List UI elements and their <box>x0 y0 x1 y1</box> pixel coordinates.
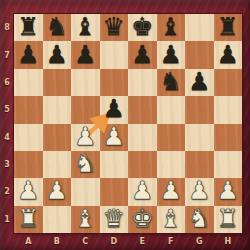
piece-white-pawn[interactable]: ♟ <box>74 124 96 149</box>
piece-black-pawn[interactable]: ♟ <box>131 42 153 67</box>
square-g4[interactable] <box>185 124 214 151</box>
square-h1[interactable]: ♜ <box>214 206 243 233</box>
piece-white-pawn[interactable]: ♟ <box>217 178 239 203</box>
square-d6[interactable] <box>100 69 129 96</box>
square-d2[interactable] <box>100 178 129 205</box>
square-a2[interactable]: ♟ <box>14 178 43 205</box>
square-h4[interactable] <box>214 124 243 151</box>
piece-white-pawn[interactable]: ♟ <box>160 178 182 203</box>
piece-black-rook[interactable]: ♜ <box>17 14 39 39</box>
square-f1[interactable]: ♝ <box>157 206 186 233</box>
file-label-d: D <box>100 233 129 250</box>
rank-label-3: 3 <box>0 151 14 178</box>
square-e2[interactable]: ♟ <box>128 178 157 205</box>
piece-white-queen[interactable]: ♛ <box>103 206 125 231</box>
square-f4[interactable] <box>157 124 186 151</box>
piece-black-knight[interactable]: ♞ <box>160 69 182 94</box>
file-label-c: C <box>71 233 100 250</box>
square-c2[interactable] <box>71 178 100 205</box>
square-a3[interactable] <box>14 151 43 178</box>
square-a8[interactable]: ♜ <box>14 14 43 41</box>
file-label-b: B <box>43 233 72 250</box>
piece-black-pawn[interactable]: ♟ <box>160 42 182 67</box>
square-b7[interactable]: ♟ <box>43 41 72 68</box>
square-e4[interactable] <box>128 124 157 151</box>
piece-black-pawn[interactable]: ♟ <box>188 69 210 94</box>
square-d1[interactable]: ♛ <box>100 206 129 233</box>
square-h2[interactable]: ♟ <box>214 178 243 205</box>
square-d5[interactable]: ♟ <box>100 96 129 123</box>
square-d7[interactable] <box>100 41 129 68</box>
square-d8[interactable]: ♛ <box>100 14 129 41</box>
piece-black-queen[interactable]: ♛ <box>103 14 125 39</box>
chess-board: ♜♞♝♛♚♝♜♟♟♟♟♟♟♞♟♟♟♟♞♟♟♟♟♟♟♜♝♛♚♝♞♜ <box>14 14 242 233</box>
square-a6[interactable] <box>14 69 43 96</box>
piece-white-rook[interactable]: ♜ <box>217 206 239 231</box>
piece-black-rook[interactable]: ♜ <box>217 14 239 39</box>
file-labels: ABCDEFGH <box>14 233 242 250</box>
square-h6[interactable] <box>214 69 243 96</box>
file-label-g: G <box>185 233 214 250</box>
square-c4[interactable]: ♟ <box>71 124 100 151</box>
file-label-f: F <box>157 233 186 250</box>
square-h5[interactable] <box>214 96 243 123</box>
square-e6[interactable] <box>128 69 157 96</box>
square-a7[interactable]: ♟ <box>14 41 43 68</box>
piece-white-pawn[interactable]: ♟ <box>17 178 39 203</box>
rank-label-4: 4 <box>0 124 14 151</box>
piece-white-pawn[interactable]: ♟ <box>188 178 210 203</box>
square-e8[interactable]: ♚ <box>128 14 157 41</box>
square-b1[interactable] <box>43 206 72 233</box>
rank-label-8: 8 <box>0 14 14 41</box>
square-a1[interactable]: ♜ <box>14 206 43 233</box>
square-g7[interactable] <box>185 41 214 68</box>
rank-label-6: 6 <box>0 69 14 96</box>
piece-black-pawn[interactable]: ♟ <box>74 42 96 67</box>
piece-black-knight[interactable]: ♞ <box>46 14 68 39</box>
piece-black-king[interactable]: ♚ <box>131 14 153 39</box>
piece-black-bishop[interactable]: ♝ <box>160 14 182 39</box>
square-c1[interactable]: ♝ <box>71 206 100 233</box>
piece-black-bishop[interactable]: ♝ <box>74 14 96 39</box>
piece-black-pawn[interactable]: ♟ <box>17 42 39 67</box>
chess-board-frame: ♜♞♝♛♚♝♜♟♟♟♟♟♟♞♟♟♟♟♞♟♟♟♟♟♟♜♝♛♚♝♞♜ 8765432… <box>0 0 250 250</box>
square-b6[interactable] <box>43 69 72 96</box>
piece-white-king[interactable]: ♚ <box>131 206 153 231</box>
square-c5[interactable] <box>71 96 100 123</box>
rank-labels: 87654321 <box>0 14 14 233</box>
square-c6[interactable] <box>71 69 100 96</box>
square-e3[interactable] <box>128 151 157 178</box>
square-b8[interactable]: ♞ <box>43 14 72 41</box>
square-f8[interactable]: ♝ <box>157 14 186 41</box>
square-g6[interactable]: ♟ <box>185 69 214 96</box>
square-e5[interactable] <box>128 96 157 123</box>
file-label-h: H <box>214 233 243 250</box>
piece-black-pawn[interactable]: ♟ <box>46 42 68 67</box>
square-e1[interactable]: ♚ <box>128 206 157 233</box>
square-h3[interactable] <box>214 151 243 178</box>
square-h8[interactable]: ♜ <box>214 14 243 41</box>
square-b5[interactable] <box>43 96 72 123</box>
file-label-e: E <box>128 233 157 250</box>
rank-label-2: 2 <box>0 178 14 205</box>
square-f6[interactable]: ♞ <box>157 69 186 96</box>
square-h7[interactable]: ♟ <box>214 41 243 68</box>
square-f2[interactable]: ♟ <box>157 178 186 205</box>
square-c3[interactable]: ♞ <box>71 151 100 178</box>
square-b4[interactable] <box>43 124 72 151</box>
rank-label-5: 5 <box>0 96 14 123</box>
piece-white-knight[interactable]: ♞ <box>74 151 96 176</box>
piece-black-pawn[interactable]: ♟ <box>103 96 125 121</box>
piece-white-pawn[interactable]: ♟ <box>131 178 153 203</box>
piece-white-bishop[interactable]: ♝ <box>74 206 96 231</box>
file-label-a: A <box>14 233 43 250</box>
square-f3[interactable] <box>157 151 186 178</box>
square-g8[interactable] <box>185 14 214 41</box>
square-d4[interactable]: ♟ <box>100 124 129 151</box>
square-a5[interactable] <box>14 96 43 123</box>
square-f7[interactable]: ♟ <box>157 41 186 68</box>
piece-white-bishop[interactable]: ♝ <box>160 206 182 231</box>
square-c8[interactable]: ♝ <box>71 14 100 41</box>
piece-black-pawn[interactable]: ♟ <box>217 42 239 67</box>
piece-white-knight[interactable]: ♞ <box>188 206 210 231</box>
square-c7[interactable]: ♟ <box>71 41 100 68</box>
piece-white-pawn[interactable]: ♟ <box>103 124 125 149</box>
square-g3[interactable] <box>185 151 214 178</box>
square-e7[interactable]: ♟ <box>128 41 157 68</box>
square-g2[interactable]: ♟ <box>185 178 214 205</box>
square-a4[interactable] <box>14 124 43 151</box>
square-b2[interactable]: ♟ <box>43 178 72 205</box>
square-d3[interactable] <box>100 151 129 178</box>
rank-label-1: 1 <box>0 206 14 233</box>
piece-white-rook[interactable]: ♜ <box>17 206 39 231</box>
square-g1[interactable]: ♞ <box>185 206 214 233</box>
square-g5[interactable] <box>185 96 214 123</box>
square-b3[interactable] <box>43 151 72 178</box>
rank-label-7: 7 <box>0 41 14 68</box>
piece-white-pawn[interactable]: ♟ <box>46 178 68 203</box>
square-f5[interactable] <box>157 96 186 123</box>
board-grid: ♜♞♝♛♚♝♜♟♟♟♟♟♟♞♟♟♟♟♞♟♟♟♟♟♟♜♝♛♚♝♞♜ <box>14 14 242 233</box>
